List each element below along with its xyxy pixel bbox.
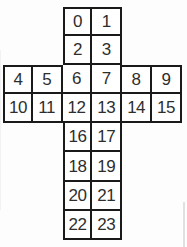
empty-space-r6c4 xyxy=(122,182,152,211)
grid-cell-16: 16 xyxy=(63,123,93,152)
empty-space-r6c0 xyxy=(3,182,33,211)
cell-number: 2 xyxy=(73,41,82,58)
empty-space-r6c1 xyxy=(33,182,63,211)
grid-cell-0: 0 xyxy=(63,7,93,36)
grid-cell-23: 23 xyxy=(92,211,122,240)
scan-artifact-left-edge xyxy=(0,50,1,210)
empty-space-r7c5 xyxy=(152,211,182,240)
cell-number: 16 xyxy=(69,128,87,145)
grid-cell-15: 15 xyxy=(152,94,182,123)
cell-number: 13 xyxy=(97,99,115,116)
cell-number: 3 xyxy=(102,41,111,58)
grid-cell-9: 9 xyxy=(152,65,182,94)
empty-space-r4c0 xyxy=(3,123,33,152)
grid-cell-6: 6 xyxy=(63,65,93,94)
grid-cell-12: 12 xyxy=(63,94,93,123)
empty-space-r5c5 xyxy=(152,152,182,181)
grid-cell-2: 2 xyxy=(63,36,93,65)
empty-space-r6c5 xyxy=(152,182,182,211)
empty-space-r0c1 xyxy=(33,7,63,36)
cell-number: 9 xyxy=(161,71,170,88)
cell-number: 5 xyxy=(42,71,51,88)
cell-number: 18 xyxy=(69,158,87,175)
cell-number: 21 xyxy=(97,187,115,204)
cell-number: 23 xyxy=(97,216,115,233)
cell-number: 12 xyxy=(68,99,86,116)
empty-space-r4c1 xyxy=(33,123,63,152)
grid-cell-7: 7 xyxy=(92,65,122,94)
grid-cell-3: 3 xyxy=(92,36,122,65)
grid-cell-18: 18 xyxy=(63,152,93,181)
grid-cell-13: 13 xyxy=(92,94,122,123)
cell-number: 10 xyxy=(9,99,27,116)
empty-space-r7c4 xyxy=(122,211,152,240)
empty-space-r0c5 xyxy=(152,7,182,36)
grid-cell-4: 4 xyxy=(3,65,33,94)
empty-space-r4c5 xyxy=(152,123,182,152)
grid-cell-21: 21 xyxy=(92,182,122,211)
cell-number: 17 xyxy=(97,128,115,145)
cell-number: 15 xyxy=(157,99,175,116)
empty-space-r0c4 xyxy=(122,7,152,36)
cell-number: 7 xyxy=(102,70,111,87)
cell-number: 22 xyxy=(69,216,87,233)
empty-space-r7c0 xyxy=(3,211,33,240)
empty-space-r0c0 xyxy=(3,7,33,36)
empty-space-r1c0 xyxy=(3,36,33,65)
cell-number: 14 xyxy=(127,99,145,116)
empty-space-r4c4 xyxy=(122,123,152,152)
cell-number: 19 xyxy=(97,158,115,175)
grid-cell-17: 17 xyxy=(92,123,122,152)
grid-cell-5: 5 xyxy=(33,65,63,94)
grid-cell-19: 19 xyxy=(92,152,122,181)
empty-space-r5c1 xyxy=(33,152,63,181)
empty-space-r1c5 xyxy=(152,36,182,65)
empty-space-r5c0 xyxy=(3,152,33,181)
cell-number: 1 xyxy=(102,13,111,30)
grid-cell-11: 11 xyxy=(33,94,63,123)
grid-cell-14: 14 xyxy=(122,94,152,123)
grid-cell-8: 8 xyxy=(122,65,152,94)
puzzle-grid: 01234567891011121314151617181920212223 xyxy=(3,7,182,240)
grid-cell-1: 1 xyxy=(92,7,122,36)
empty-space-r7c1 xyxy=(33,211,63,240)
cell-number: 4 xyxy=(13,71,22,88)
cell-number: 6 xyxy=(72,70,81,87)
scan-artifact-right-edge xyxy=(183,202,185,247)
cell-number: 0 xyxy=(73,13,82,30)
grid-cell-22: 22 xyxy=(63,211,93,240)
grid-cell-10: 10 xyxy=(3,94,33,123)
cell-number: 8 xyxy=(132,71,141,88)
empty-space-r1c4 xyxy=(122,36,152,65)
empty-space-r5c4 xyxy=(122,152,152,181)
cell-number: 20 xyxy=(69,187,87,204)
cell-number: 11 xyxy=(38,99,55,116)
grid-cell-20: 20 xyxy=(63,182,93,211)
empty-space-r1c1 xyxy=(33,36,63,65)
